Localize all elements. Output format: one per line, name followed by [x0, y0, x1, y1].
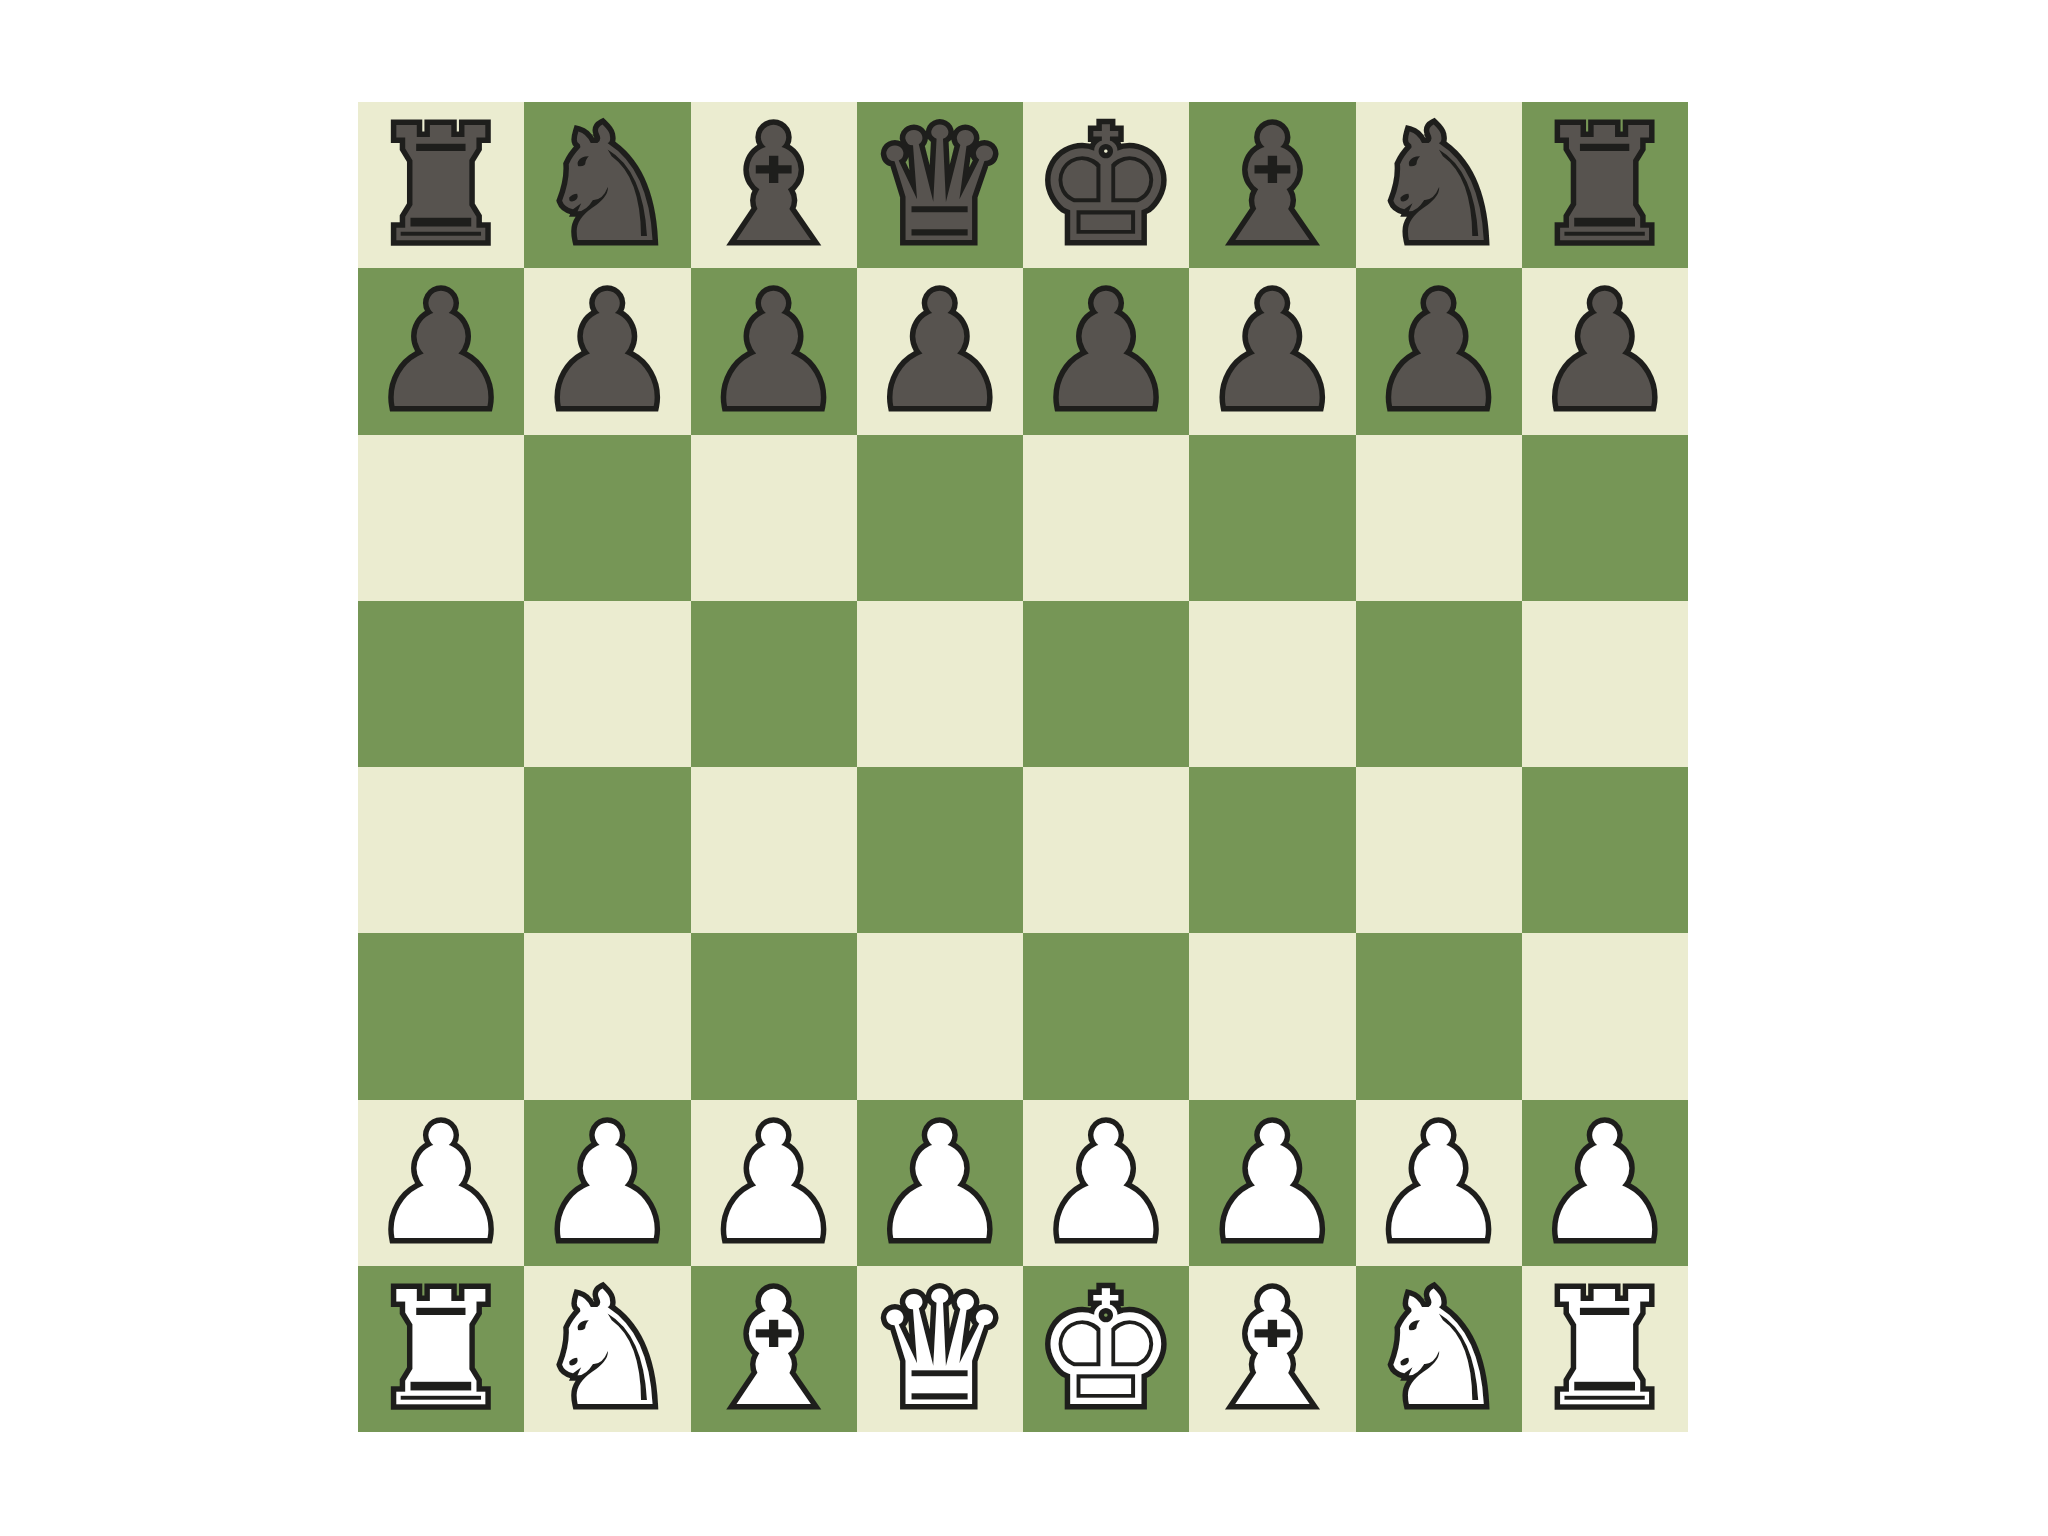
black-pawn-piece[interactable]: ♟♟ [1023, 268, 1189, 434]
square-b5[interactable] [524, 601, 690, 767]
white-queen-piece[interactable]: ♛♛ [857, 1266, 1023, 1432]
square-c8[interactable]: ♝♝ [691, 102, 857, 268]
piece-glyph: ♚ [1023, 1266, 1189, 1432]
square-b7[interactable]: ♟♟ [524, 268, 690, 434]
white-pawn-piece[interactable]: ♟♟ [857, 1100, 1023, 1266]
piece-glyph: ♟ [857, 268, 1023, 434]
square-a4[interactable] [358, 767, 524, 933]
square-h5[interactable] [1522, 601, 1688, 767]
piece-glyph: ♜ [1522, 102, 1688, 268]
piece-glyph: ♟ [691, 268, 857, 434]
black-pawn-piece[interactable]: ♟♟ [691, 268, 857, 434]
square-e7[interactable]: ♟♟ [1023, 268, 1189, 434]
piece-glyph: ♟ [1023, 268, 1189, 434]
square-e4[interactable] [1023, 767, 1189, 933]
piece-glyph: ♞ [524, 1266, 690, 1432]
square-h2[interactable]: ♟♟ [1522, 1100, 1688, 1266]
piece-glyph: ♟ [524, 1100, 690, 1266]
black-pawn-piece[interactable]: ♟♟ [1189, 268, 1355, 434]
square-c6[interactable] [691, 435, 857, 601]
black-pawn-piece[interactable]: ♟♟ [1522, 268, 1688, 434]
square-g2[interactable]: ♟♟ [1356, 1100, 1522, 1266]
piece-glyph: ♝ [691, 1266, 857, 1432]
square-f3[interactable] [1189, 933, 1355, 1099]
square-e6[interactable] [1023, 435, 1189, 601]
square-c5[interactable] [691, 601, 857, 767]
piece-glyph: ♝ [691, 102, 857, 268]
white-bishop-piece[interactable]: ♝♝ [1189, 1266, 1355, 1432]
square-f2[interactable]: ♟♟ [1189, 1100, 1355, 1266]
black-rook-piece[interactable]: ♜♜ [358, 102, 524, 268]
piece-glyph: ♟ [524, 268, 690, 434]
white-king-piece[interactable]: ♚♚ [1023, 1266, 1189, 1432]
piece-glyph: ♛ [857, 1266, 1023, 1432]
square-b8[interactable]: ♞♞ [524, 102, 690, 268]
piece-glyph: ♝ [1189, 102, 1355, 268]
square-e3[interactable] [1023, 933, 1189, 1099]
piece-glyph: ♞ [1356, 102, 1522, 268]
white-pawn-piece[interactable]: ♟♟ [691, 1100, 857, 1266]
white-pawn-piece[interactable]: ♟♟ [1356, 1100, 1522, 1266]
square-d8[interactable]: ♛♛ [857, 102, 1023, 268]
white-knight-piece[interactable]: ♞♞ [1356, 1266, 1522, 1432]
square-f5[interactable] [1189, 601, 1355, 767]
square-h6[interactable] [1522, 435, 1688, 601]
square-b1[interactable]: ♞♞ [524, 1266, 690, 1432]
piece-glyph: ♜ [358, 1266, 524, 1432]
piece-glyph: ♞ [524, 102, 690, 268]
white-knight-piece[interactable]: ♞♞ [524, 1266, 690, 1432]
square-h4[interactable] [1522, 767, 1688, 933]
black-bishop-piece[interactable]: ♝♝ [1189, 102, 1355, 268]
square-h7[interactable]: ♟♟ [1522, 268, 1688, 434]
piece-glyph: ♜ [358, 102, 524, 268]
piece-glyph: ♟ [358, 1100, 524, 1266]
square-b2[interactable]: ♟♟ [524, 1100, 690, 1266]
square-b6[interactable] [524, 435, 690, 601]
black-pawn-piece[interactable]: ♟♟ [1356, 268, 1522, 434]
black-knight-piece[interactable]: ♞♞ [1356, 102, 1522, 268]
piece-glyph: ♟ [1189, 1100, 1355, 1266]
black-knight-piece[interactable]: ♞♞ [524, 102, 690, 268]
piece-glyph: ♟ [1189, 268, 1355, 434]
black-pawn-piece[interactable]: ♟♟ [358, 268, 524, 434]
square-f4[interactable] [1189, 767, 1355, 933]
piece-glyph: ♟ [1522, 268, 1688, 434]
square-b3[interactable] [524, 933, 690, 1099]
piece-glyph: ♟ [358, 268, 524, 434]
square-b4[interactable] [524, 767, 690, 933]
chess-board[interactable]: ♜♜♞♞♝♝♛♛♚♚♝♝♞♞♜♜♟♟♟♟♟♟♟♟♟♟♟♟♟♟♟♟♟♟♟♟♟♟♟♟… [358, 102, 1688, 1432]
piece-glyph: ♟ [857, 1100, 1023, 1266]
square-d5[interactable] [857, 601, 1023, 767]
square-h3[interactable] [1522, 933, 1688, 1099]
square-d7[interactable]: ♟♟ [857, 268, 1023, 434]
white-pawn-piece[interactable]: ♟♟ [1189, 1100, 1355, 1266]
square-g1[interactable]: ♞♞ [1356, 1266, 1522, 1432]
square-g3[interactable] [1356, 933, 1522, 1099]
piece-glyph: ♝ [1189, 1266, 1355, 1432]
square-c2[interactable]: ♟♟ [691, 1100, 857, 1266]
white-pawn-piece[interactable]: ♟♟ [1522, 1100, 1688, 1266]
square-g8[interactable]: ♞♞ [1356, 102, 1522, 268]
square-a3[interactable] [358, 933, 524, 1099]
piece-glyph: ♟ [1023, 1100, 1189, 1266]
square-a8[interactable]: ♜♜ [358, 102, 524, 268]
piece-glyph: ♞ [1356, 1266, 1522, 1432]
piece-glyph: ♚ [1023, 102, 1189, 268]
square-g7[interactable]: ♟♟ [1356, 268, 1522, 434]
square-d1[interactable]: ♛♛ [857, 1266, 1023, 1432]
black-pawn-piece[interactable]: ♟♟ [524, 268, 690, 434]
white-bishop-piece[interactable]: ♝♝ [691, 1266, 857, 1432]
piece-glyph: ♛ [857, 102, 1023, 268]
square-h1[interactable]: ♜♜ [1522, 1266, 1688, 1432]
square-a6[interactable] [358, 435, 524, 601]
square-d6[interactable] [857, 435, 1023, 601]
square-g4[interactable] [1356, 767, 1522, 933]
square-e2[interactable]: ♟♟ [1023, 1100, 1189, 1266]
square-f8[interactable]: ♝♝ [1189, 102, 1355, 268]
page-background: ♜♜♞♞♝♝♛♛♚♚♝♝♞♞♜♜♟♟♟♟♟♟♟♟♟♟♟♟♟♟♟♟♟♟♟♟♟♟♟♟… [0, 0, 2048, 1536]
white-rook-piece[interactable]: ♜♜ [1522, 1266, 1688, 1432]
piece-glyph: ♟ [1522, 1100, 1688, 1266]
white-pawn-piece[interactable]: ♟♟ [1023, 1100, 1189, 1266]
black-king-piece[interactable]: ♚♚ [1023, 102, 1189, 268]
piece-glyph: ♟ [1356, 1100, 1522, 1266]
square-a2[interactable]: ♟♟ [358, 1100, 524, 1266]
piece-glyph: ♟ [691, 1100, 857, 1266]
white-rook-piece[interactable]: ♜♜ [358, 1266, 524, 1432]
black-bishop-piece[interactable]: ♝♝ [691, 102, 857, 268]
square-a5[interactable] [358, 601, 524, 767]
square-g6[interactable] [1356, 435, 1522, 601]
square-h8[interactable]: ♜♜ [1522, 102, 1688, 268]
square-c3[interactable] [691, 933, 857, 1099]
square-f1[interactable]: ♝♝ [1189, 1266, 1355, 1432]
black-rook-piece[interactable]: ♜♜ [1522, 102, 1688, 268]
square-c7[interactable]: ♟♟ [691, 268, 857, 434]
piece-glyph: ♜ [1522, 1266, 1688, 1432]
square-d2[interactable]: ♟♟ [857, 1100, 1023, 1266]
square-d3[interactable] [857, 933, 1023, 1099]
square-c1[interactable]: ♝♝ [691, 1266, 857, 1432]
square-e5[interactable] [1023, 601, 1189, 767]
square-d4[interactable] [857, 767, 1023, 933]
square-e1[interactable]: ♚♚ [1023, 1266, 1189, 1432]
black-queen-piece[interactable]: ♛♛ [857, 102, 1023, 268]
white-pawn-piece[interactable]: ♟♟ [524, 1100, 690, 1266]
square-a1[interactable]: ♜♜ [358, 1266, 524, 1432]
square-c4[interactable] [691, 767, 857, 933]
square-g5[interactable] [1356, 601, 1522, 767]
square-f6[interactable] [1189, 435, 1355, 601]
black-pawn-piece[interactable]: ♟♟ [857, 268, 1023, 434]
piece-glyph: ♟ [1356, 268, 1522, 434]
white-pawn-piece[interactable]: ♟♟ [358, 1100, 524, 1266]
square-e8[interactable]: ♚♚ [1023, 102, 1189, 268]
square-a7[interactable]: ♟♟ [358, 268, 524, 434]
square-f7[interactable]: ♟♟ [1189, 268, 1355, 434]
